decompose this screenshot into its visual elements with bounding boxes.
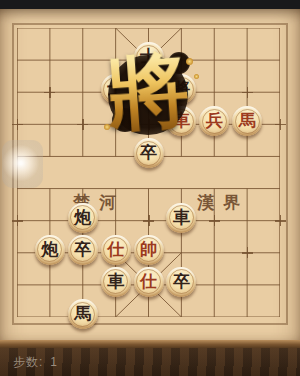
piece-black-chariot[interactable]: 車 — [166, 203, 196, 233]
piece-red-general[interactable]: 帥 — [134, 235, 164, 265]
piece-black-horse[interactable]: 馬 — [68, 299, 98, 329]
piece-glyph: 仕 — [134, 267, 164, 296]
piece-glyph: 士 — [101, 74, 131, 103]
piece-black-advisor[interactable]: 士 — [134, 42, 164, 72]
step-counter-value: 1 — [50, 355, 58, 369]
step-counter-label: 步数: — [13, 355, 43, 369]
piece-red-soldier[interactable]: 兵 — [199, 106, 229, 136]
piece-glyph: 炮 — [35, 235, 65, 264]
piece-black-soldier[interactable]: 卒 — [166, 267, 196, 297]
river-label-han-jie: 漢界 — [197, 191, 249, 214]
piece-black-cannon[interactable]: 炮 — [68, 203, 98, 233]
piece-black-soldier[interactable]: 卒 — [134, 138, 164, 168]
piece-black-soldier[interactable]: 卒 — [68, 235, 98, 265]
piece-glyph: 馬 — [68, 299, 98, 328]
piece-glyph: 卒 — [166, 267, 196, 296]
board-grid[interactable]: 楚河 漢界 士士將車兵馬卒炮車炮卒仕帥車仕卒馬 — [17, 28, 280, 317]
piece-black-chariot[interactable]: 車 — [101, 267, 131, 297]
xiangqi-game-screen: 楚河 漢界 士士將車兵馬卒炮車炮卒仕帥車仕卒馬 將 步数:1 — [0, 0, 300, 376]
piece-glyph: 帥 — [134, 235, 164, 264]
piece-black-general[interactable]: 將 — [166, 74, 196, 104]
top-letterbox — [0, 0, 300, 9]
piece-glyph: 兵 — [199, 106, 229, 135]
piece-glyph: 卒 — [134, 138, 164, 167]
piece-glyph: 車 — [101, 267, 131, 296]
piece-red-advisor[interactable]: 仕 — [101, 235, 131, 265]
piece-glyph: 車 — [166, 106, 196, 135]
touch-glow-effect — [2, 140, 43, 188]
piece-glyph: 車 — [166, 203, 196, 232]
step-counter: 步数:1 — [13, 354, 58, 371]
piece-glyph: 仕 — [101, 235, 131, 264]
piece-black-cannon[interactable]: 炮 — [35, 235, 65, 265]
piece-glyph: 卒 — [68, 235, 98, 264]
piece-red-horse[interactable]: 馬 — [232, 106, 262, 136]
piece-glyph: 將 — [166, 74, 196, 103]
piece-glyph: 馬 — [232, 106, 262, 135]
piece-red-advisor[interactable]: 仕 — [134, 267, 164, 297]
piece-black-advisor[interactable]: 士 — [101, 74, 131, 104]
piece-glyph: 士 — [134, 42, 164, 71]
piece-glyph: 炮 — [68, 203, 98, 232]
piece-red-chariot[interactable]: 車 — [166, 106, 196, 136]
